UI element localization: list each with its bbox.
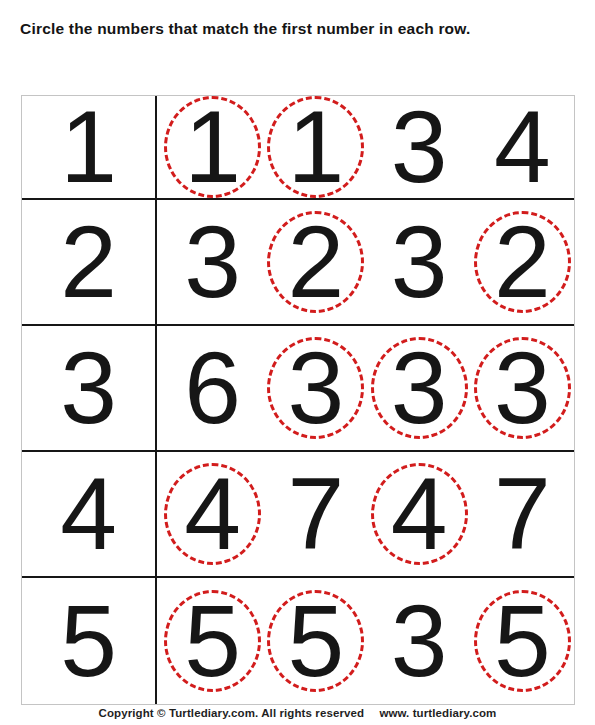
key-number: 4 — [60, 463, 117, 565]
option-digit: 4 — [494, 96, 551, 198]
option-number-circled[interactable]: 1 — [164, 96, 261, 198]
option-digit: 3 — [391, 590, 448, 692]
option-digit: 3 — [494, 337, 551, 439]
option-number-circled[interactable]: 5 — [164, 590, 261, 692]
option-number-circled[interactable]: 2 — [474, 211, 571, 313]
table-row: 11134 — [22, 96, 574, 200]
worksheet-page: Circle the numbers that match the first … — [0, 0, 595, 725]
row-options-cell: 6333 — [157, 326, 574, 450]
option-number[interactable]: 7 — [267, 463, 364, 565]
website-link[interactable]: www. turtlediary.com — [379, 707, 496, 719]
option-digit: 4 — [184, 463, 241, 565]
row-key-cell: 4 — [22, 452, 157, 576]
row-options-cell: 3232 — [157, 200, 574, 324]
row-key-cell: 2 — [22, 200, 157, 324]
key-number: 5 — [60, 590, 117, 692]
option-digit: 7 — [288, 463, 345, 565]
option-number-circled[interactable]: 3 — [267, 337, 364, 439]
option-number[interactable]: 3 — [371, 590, 468, 692]
row-options-cell: 5535 — [157, 578, 574, 704]
worksheet-table: 1113423232363334474755535 — [21, 95, 575, 705]
worksheet-instructions: Circle the numbers that match the first … — [20, 20, 470, 38]
option-digit: 1 — [288, 96, 345, 198]
key-number: 1 — [60, 96, 117, 198]
option-number-circled[interactable]: 5 — [474, 590, 571, 692]
copyright-text: Copyright © Turtlediary.com. All rights … — [99, 707, 364, 719]
option-digit: 3 — [391, 211, 448, 313]
table-row: 36333 — [22, 326, 574, 452]
option-digit: 2 — [494, 211, 551, 313]
row-options-cell: 1134 — [157, 96, 574, 198]
table-row: 55535 — [22, 578, 574, 704]
option-number-circled[interactable]: 5 — [267, 590, 364, 692]
option-digit: 3 — [391, 96, 448, 198]
row-options-cell: 4747 — [157, 452, 574, 576]
row-key-cell: 5 — [22, 578, 157, 704]
option-digit: 3 — [288, 337, 345, 439]
footer: Copyright © Turtlediary.com. All rights … — [0, 707, 595, 719]
option-number[interactable]: 3 — [371, 96, 468, 198]
option-number-circled[interactable]: 4 — [371, 463, 468, 565]
option-digit: 5 — [494, 590, 551, 692]
option-digit: 3 — [184, 211, 241, 313]
row-key-cell: 1 — [22, 96, 157, 198]
option-digit: 3 — [391, 337, 448, 439]
option-number-circled[interactable]: 3 — [474, 337, 571, 439]
key-number: 3 — [60, 337, 117, 439]
option-digit: 2 — [288, 211, 345, 313]
table-row: 23232 — [22, 200, 574, 326]
option-number-circled[interactable]: 2 — [267, 211, 364, 313]
option-digit: 4 — [391, 463, 448, 565]
key-number: 2 — [60, 211, 117, 313]
option-digit: 1 — [184, 96, 241, 198]
option-digit: 5 — [288, 590, 345, 692]
option-number-circled[interactable]: 3 — [371, 337, 468, 439]
option-number[interactable]: 6 — [164, 337, 261, 439]
option-digit: 6 — [184, 337, 241, 439]
option-number-circled[interactable]: 4 — [164, 463, 261, 565]
option-number[interactable]: 4 — [474, 96, 571, 198]
option-digit: 5 — [184, 590, 241, 692]
option-digit: 7 — [494, 463, 551, 565]
option-number[interactable]: 3 — [371, 211, 468, 313]
row-key-cell: 3 — [22, 326, 157, 450]
option-number-circled[interactable]: 1 — [267, 96, 364, 198]
option-number[interactable]: 7 — [474, 463, 571, 565]
option-number[interactable]: 3 — [164, 211, 261, 313]
table-row: 44747 — [22, 452, 574, 578]
